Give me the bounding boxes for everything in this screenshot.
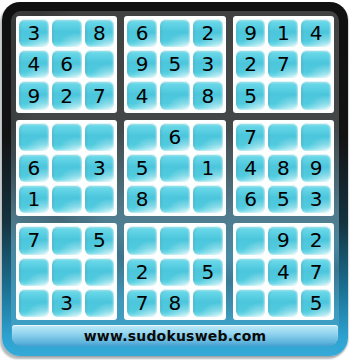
sudoku-cell[interactable]: 9 <box>127 50 157 78</box>
sudoku-cell[interactable]: 9 <box>236 19 266 47</box>
sudoku-cell[interactable]: 1 <box>19 185 49 213</box>
sudoku-cell[interactable]: 8 <box>85 19 115 47</box>
sudoku-cell[interactable]: 5 <box>301 289 331 317</box>
sudoku-block: 914275 <box>233 16 334 113</box>
sudoku-cell[interactable]: 6 <box>19 154 49 182</box>
sudoku-cell[interactable]: 5 <box>193 258 223 286</box>
sudoku-cell[interactable] <box>193 226 223 254</box>
sudoku-plaque: 3846927629534891427563165187489653753257… <box>2 2 348 356</box>
sudoku-cell[interactable] <box>52 258 82 286</box>
sudoku-cell[interactable]: 2 <box>236 50 266 78</box>
sudoku-cell[interactable]: 5 <box>236 81 266 109</box>
site-url-bar: www.sudokusweb.com <box>12 325 338 346</box>
sudoku-cell[interactable]: 4 <box>127 81 157 109</box>
sudoku-cell[interactable]: 4 <box>268 258 298 286</box>
sudoku-cell[interactable] <box>301 81 331 109</box>
sudoku-cell[interactable] <box>160 19 190 47</box>
sudoku-cell[interactable]: 7 <box>85 81 115 109</box>
sudoku-cell[interactable] <box>127 226 157 254</box>
sudoku-cell[interactable] <box>85 258 115 286</box>
sudoku-cell[interactable] <box>160 226 190 254</box>
sudoku-cell[interactable]: 2 <box>301 226 331 254</box>
sudoku-cell[interactable] <box>52 154 82 182</box>
sudoku-cell[interactable]: 5 <box>85 226 115 254</box>
sudoku-cell[interactable] <box>19 258 49 286</box>
sudoku-cell[interactable]: 5 <box>268 185 298 213</box>
sudoku-cell[interactable] <box>85 289 115 317</box>
sudoku-cell[interactable]: 9 <box>19 81 49 109</box>
sudoku-cell[interactable]: 8 <box>268 154 298 182</box>
sudoku-cell[interactable] <box>52 123 82 151</box>
sudoku-cell[interactable] <box>193 123 223 151</box>
sudoku-cell[interactable] <box>301 50 331 78</box>
sudoku-block: 3846927 <box>16 16 117 113</box>
sudoku-screenshot: 3846927629534891427563165187489653753257… <box>0 0 350 360</box>
sudoku-cell[interactable] <box>52 226 82 254</box>
sudoku-cell[interactable] <box>85 185 115 213</box>
sudoku-cell[interactable]: 7 <box>236 123 266 151</box>
sudoku-cell[interactable] <box>268 81 298 109</box>
sudoku-cell[interactable] <box>19 123 49 151</box>
sudoku-cell[interactable] <box>52 19 82 47</box>
sudoku-cell[interactable]: 6 <box>52 50 82 78</box>
sudoku-cell[interactable]: 1 <box>193 154 223 182</box>
sudoku-cell[interactable]: 6 <box>236 185 266 213</box>
sudoku-cell[interactable] <box>236 258 266 286</box>
sudoku-block: 631 <box>16 120 117 217</box>
sudoku-cell[interactable] <box>52 185 82 213</box>
sudoku-block: 2578 <box>124 223 225 320</box>
board-backdrop: 3846927629534891427563165187489653753257… <box>11 11 339 347</box>
sudoku-cell[interactable] <box>85 123 115 151</box>
sudoku-cell[interactable] <box>160 154 190 182</box>
sudoku-block: 6295348 <box>124 16 225 113</box>
sudoku-cell[interactable] <box>236 289 266 317</box>
sudoku-cell[interactable]: 7 <box>127 289 157 317</box>
sudoku-cell[interactable]: 2 <box>193 19 223 47</box>
sudoku-cell[interactable]: 3 <box>193 50 223 78</box>
sudoku-block: 92475 <box>233 223 334 320</box>
sudoku-cell[interactable] <box>193 185 223 213</box>
sudoku-cell[interactable]: 6 <box>127 19 157 47</box>
sudoku-board: 3846927629534891427563165187489653753257… <box>11 11 339 323</box>
sudoku-cell[interactable]: 9 <box>301 154 331 182</box>
sudoku-cell[interactable] <box>85 50 115 78</box>
sudoku-cell[interactable] <box>160 185 190 213</box>
sudoku-cell[interactable]: 5 <box>127 154 157 182</box>
sudoku-cell[interactable]: 3 <box>52 289 82 317</box>
sudoku-cell[interactable]: 7 <box>19 226 49 254</box>
sudoku-cell[interactable]: 3 <box>85 154 115 182</box>
site-url[interactable]: www.sudokusweb.com <box>84 328 267 344</box>
sudoku-cell[interactable] <box>160 81 190 109</box>
sudoku-cell[interactable]: 8 <box>193 81 223 109</box>
sudoku-cell[interactable] <box>268 123 298 151</box>
sudoku-cell[interactable]: 4 <box>236 154 266 182</box>
sudoku-cell[interactable] <box>301 123 331 151</box>
sudoku-cell[interactable] <box>127 123 157 151</box>
sudoku-cell[interactable] <box>236 226 266 254</box>
sudoku-cell[interactable]: 3 <box>301 185 331 213</box>
sudoku-cell[interactable]: 1 <box>268 19 298 47</box>
sudoku-cell[interactable]: 6 <box>160 123 190 151</box>
sudoku-cell[interactable]: 2 <box>52 81 82 109</box>
sudoku-cell[interactable]: 4 <box>301 19 331 47</box>
sudoku-cell[interactable]: 2 <box>127 258 157 286</box>
sudoku-cell[interactable] <box>268 289 298 317</box>
sudoku-cell[interactable]: 3 <box>19 19 49 47</box>
sudoku-block: 753 <box>16 223 117 320</box>
sudoku-cell[interactable]: 8 <box>160 289 190 317</box>
sudoku-cell[interactable] <box>193 289 223 317</box>
sudoku-cell[interactable]: 4 <box>19 50 49 78</box>
sudoku-block: 6518 <box>124 120 225 217</box>
sudoku-cell[interactable]: 9 <box>268 226 298 254</box>
sudoku-block: 7489653 <box>233 120 334 217</box>
sudoku-cell[interactable] <box>160 258 190 286</box>
sudoku-cell[interactable]: 7 <box>301 258 331 286</box>
sudoku-cell[interactable]: 5 <box>160 50 190 78</box>
sudoku-cell[interactable] <box>19 289 49 317</box>
sudoku-cell[interactable]: 8 <box>127 185 157 213</box>
sudoku-cell[interactable]: 7 <box>268 50 298 78</box>
